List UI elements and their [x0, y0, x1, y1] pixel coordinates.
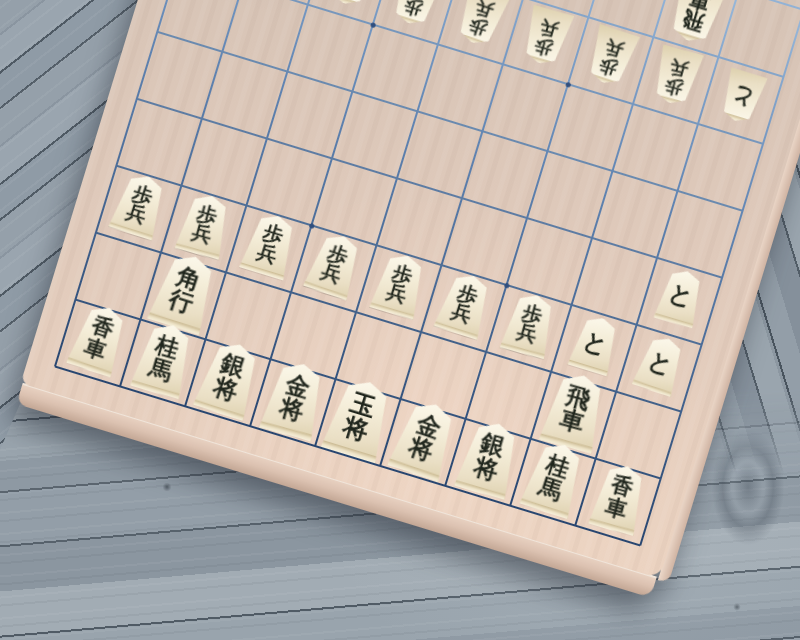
shogi-piece-sente-tokin: と	[631, 332, 689, 397]
shogi-piece-sente-bishop: 角行	[146, 249, 222, 336]
shogi-piece-sente-silver: 銀将	[453, 416, 525, 500]
piece-kanji: 歩兵	[389, 0, 444, 27]
shogi-piece-sente-pawn: 歩兵	[239, 209, 302, 281]
shogi-piece-gote-tokin: と	[716, 67, 768, 126]
shogi-piece-gote-pawn: 歩兵	[388, 0, 445, 30]
shogi-piece-sente-pawn: 歩兵	[369, 249, 431, 320]
shogi-piece-sente-pawn: 歩兵	[303, 229, 367, 301]
shogi-piece-gote-pawn: 歩兵	[452, 0, 511, 50]
piece-kanji: と	[717, 72, 766, 124]
photo-scene: 歩兵歩兵歩兵歩兵歩兵歩兵と飛車と歩兵歩兵歩兵歩兵歩兵歩兵歩兵とと角行飛車香車桂馬…	[0, 0, 800, 640]
shogi-piece-sente-silver: 銀将	[192, 336, 266, 421]
piece-kanji: 歩兵	[519, 10, 573, 67]
shogi-piece-sente-tokin: と	[567, 312, 623, 377]
shogi-piece-gote-rook: 飛車	[664, 0, 730, 48]
shogi-piece-sente-gold: 金将	[258, 356, 330, 441]
piece-bevel	[325, 0, 366, 9]
shogi-piece-sente-pawn: 歩兵	[174, 190, 235, 261]
shogi-piece-sente-pawn: 歩兵	[108, 169, 171, 241]
shogi-piece-sente-pawn: 歩兵	[433, 269, 496, 341]
shogi-piece-sente-pawn: 歩兵	[499, 289, 560, 360]
shogi-piece-gote-pawn: 歩兵	[324, 0, 380, 10]
shogi-piece-sente-king: 玉将	[320, 374, 398, 464]
shogi-piece-gote-pawn: 歩兵	[583, 24, 641, 90]
shogi-piece-sente-gold: 金将	[386, 395, 462, 482]
shogi-piece-gote-pawn: 歩兵	[649, 44, 705, 109]
shogi-piece-sente-tokin: と	[653, 266, 708, 329]
piece-kanji: 歩兵	[650, 50, 704, 106]
shogi-piece-sente-lance: 香車	[587, 460, 650, 536]
shogi-piece-sente-rook: 飛車	[538, 369, 611, 454]
shogi-piece-gote-pawn: 歩兵	[518, 4, 575, 69]
shogi-piece-sente-lance: 香車	[65, 300, 132, 378]
piece-kanji: 歩兵	[584, 29, 639, 87]
